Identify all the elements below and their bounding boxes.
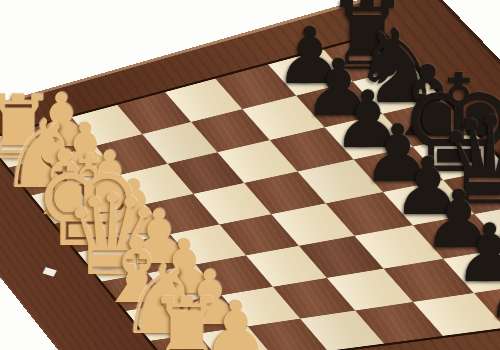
frame-inlay-dot	[42, 267, 56, 277]
board-squares	[0, 34, 500, 350]
chess-photo-scene: ♜♞♝♛♚♝♞♜♟♟♟♟♟♟♟♟♟♟♟♟♟♟♟♟♜♞♝♛♚♝♞♜	[0, 0, 500, 350]
chess-board	[0, 0, 500, 350]
